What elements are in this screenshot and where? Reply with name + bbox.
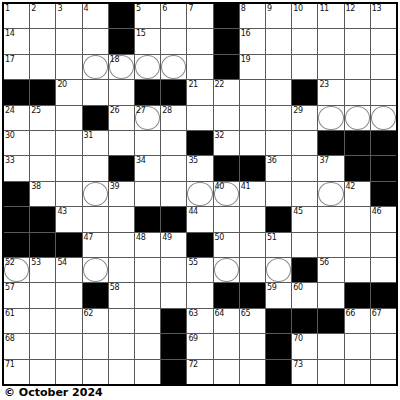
cell-r8c10[interactable]: 41 <box>240 182 265 206</box>
black-cell-r10c2 <box>30 233 55 257</box>
cell-r10c6[interactable]: 48 <box>135 233 160 257</box>
cell-r3c3[interactable] <box>56 55 81 79</box>
cell-r14c2[interactable] <box>30 334 55 358</box>
cell-r6c12[interactable] <box>292 131 317 155</box>
black-cell-r4c2 <box>30 80 55 104</box>
cell-number: 22 <box>215 80 224 89</box>
cell-r11c5[interactable] <box>109 258 134 282</box>
cell-r15c4[interactable] <box>83 360 108 384</box>
cell-number: 47 <box>84 233 93 242</box>
cell-r7c3[interactable] <box>56 156 81 180</box>
cell-number: 63 <box>188 309 197 318</box>
cell-r3c1[interactable]: 17 <box>4 55 29 79</box>
cell-r1c10[interactable]: 8 <box>240 4 265 28</box>
cell-number: 28 <box>162 106 171 115</box>
cell-r13c2[interactable] <box>30 309 55 333</box>
black-cell-r4c12 <box>292 80 317 104</box>
cell-r2c3[interactable] <box>56 29 81 53</box>
black-cell-r5c4 <box>83 106 108 130</box>
cell-r8c2[interactable]: 38 <box>30 182 55 206</box>
cell-number: 48 <box>136 233 145 242</box>
cell-r7c8[interactable]: 35 <box>187 156 212 180</box>
cell-r1c14[interactable]: 12 <box>345 4 370 28</box>
cell-r1c1[interactable]: 1 <box>4 4 29 28</box>
cell-number: 29 <box>293 106 302 115</box>
black-cell-r1c5 <box>109 4 134 28</box>
cell-number: 15 <box>136 29 145 38</box>
cell-r4c9[interactable]: 22 <box>214 80 239 104</box>
cell-r2c12[interactable] <box>292 29 317 53</box>
cell-number: 8 <box>241 4 246 13</box>
black-cell-r7c5 <box>109 156 134 180</box>
cell-r2c8[interactable] <box>187 29 212 53</box>
cell-number: 73 <box>293 360 302 369</box>
circle-marker <box>318 182 343 206</box>
cell-number: 16 <box>241 29 250 38</box>
cell-r5c9[interactable] <box>214 106 239 130</box>
circle-marker <box>4 258 29 282</box>
cell-r3c7[interactable] <box>161 55 186 79</box>
cell-r11c9[interactable] <box>214 258 239 282</box>
cell-number: 64 <box>215 309 224 318</box>
cell-r7c11[interactable]: 36 <box>266 156 291 180</box>
cell-number: 31 <box>84 131 93 140</box>
cell-r9c5[interactable] <box>109 207 134 231</box>
cell-number: 24 <box>5 106 14 115</box>
cell-r1c13[interactable]: 11 <box>318 4 343 28</box>
cell-r9c15[interactable]: 46 <box>371 207 396 231</box>
black-cell-r15c7 <box>161 360 186 384</box>
cell-number: 9 <box>267 4 272 13</box>
cell-number: 27 <box>136 106 145 115</box>
cell-r2c15[interactable] <box>371 29 396 53</box>
cell-r15c12[interactable]: 73 <box>292 360 317 384</box>
black-cell-r6c13 <box>318 131 343 155</box>
cell-r11c2[interactable]: 53 <box>30 258 55 282</box>
cell-r13c8[interactable]: 63 <box>187 309 212 333</box>
cell-r7c13[interactable]: 37 <box>318 156 343 180</box>
cell-r15c13[interactable] <box>318 360 343 384</box>
cell-r11c8[interactable]: 55 <box>187 258 212 282</box>
cell-number: 36 <box>267 156 276 165</box>
cell-r10c11[interactable]: 51 <box>266 233 291 257</box>
cell-r8c8[interactable] <box>187 182 212 206</box>
cell-r15c9[interactable] <box>214 360 239 384</box>
cell-r9c9[interactable] <box>214 207 239 231</box>
black-cell-r4c6 <box>135 80 160 104</box>
cell-r1c7[interactable]: 6 <box>161 4 186 28</box>
cell-r10c4[interactable]: 47 <box>83 233 108 257</box>
cell-r4c4[interactable] <box>83 80 108 104</box>
cell-r6c6[interactable] <box>135 131 160 155</box>
cell-r2c13[interactable] <box>318 29 343 53</box>
cell-r15c8[interactable]: 72 <box>187 360 212 384</box>
cell-r13c4[interactable]: 62 <box>83 309 108 333</box>
cell-r7c4[interactable] <box>83 156 108 180</box>
cell-number: 3 <box>57 4 62 13</box>
cell-r9c12[interactable]: 45 <box>292 207 317 231</box>
cell-r8c3[interactable] <box>56 182 81 206</box>
cell-number: 1 <box>5 4 10 13</box>
cell-number: 2 <box>31 4 36 13</box>
cell-number: 45 <box>293 207 302 216</box>
circle-marker <box>318 106 343 130</box>
cell-r11c13[interactable]: 56 <box>318 258 343 282</box>
cell-r4c14[interactable] <box>345 80 370 104</box>
cell-r1c8[interactable]: 7 <box>187 4 212 28</box>
cell-r2c1[interactable]: 14 <box>4 29 29 53</box>
cell-r11c10[interactable] <box>240 258 265 282</box>
cell-number: 30 <box>5 131 14 140</box>
cell-r15c2[interactable] <box>30 360 55 384</box>
cell-r15c3[interactable] <box>56 360 81 384</box>
cell-r3c8[interactable] <box>187 55 212 79</box>
cell-number: 6 <box>162 4 167 13</box>
circle-marker <box>83 55 108 79</box>
cell-r4c10[interactable] <box>240 80 265 104</box>
cell-r7c2[interactable] <box>30 156 55 180</box>
cell-number: 51 <box>267 233 276 242</box>
cell-r13c9[interactable]: 64 <box>214 309 239 333</box>
cell-r14c12[interactable]: 70 <box>292 334 317 358</box>
cell-number: 18 <box>110 55 119 64</box>
cell-r1c12[interactable]: 10 <box>292 4 317 28</box>
black-cell-r10c1 <box>4 233 29 257</box>
circle-marker <box>214 258 239 282</box>
cell-r12c13[interactable] <box>318 283 343 307</box>
cell-r14c13[interactable] <box>318 334 343 358</box>
cell-r4c13[interactable]: 23 <box>318 80 343 104</box>
cell-r15c6[interactable] <box>135 360 160 384</box>
cell-number: 20 <box>57 80 66 89</box>
cell-r5c11[interactable] <box>266 106 291 130</box>
cell-r8c14[interactable]: 42 <box>345 182 370 206</box>
cell-r4c15[interactable] <box>371 80 396 104</box>
cell-r3c13[interactable] <box>318 55 343 79</box>
cell-number: 54 <box>57 258 66 267</box>
cell-r2c14[interactable] <box>345 29 370 53</box>
cell-r9c4[interactable] <box>83 207 108 231</box>
circle-marker <box>214 182 239 206</box>
cell-number: 25 <box>31 106 40 115</box>
cell-r3c5[interactable]: 18 <box>109 55 134 79</box>
cell-r15c14[interactable] <box>345 360 370 384</box>
cell-r6c3[interactable] <box>56 131 81 155</box>
cell-number: 66 <box>346 309 355 318</box>
cell-r2c7[interactable] <box>161 29 186 53</box>
cell-r9c8[interactable]: 44 <box>187 207 212 231</box>
cell-r6c1[interactable]: 30 <box>4 131 29 155</box>
circle-marker <box>161 55 186 79</box>
black-cell-r12c10 <box>240 283 265 307</box>
cell-number: 32 <box>215 131 224 140</box>
cell-r7c6[interactable]: 34 <box>135 156 160 180</box>
black-cell-r6c15 <box>371 131 396 155</box>
cell-r13c1[interactable]: 61 <box>4 309 29 333</box>
cell-r5c15[interactable] <box>371 106 396 130</box>
cell-r2c6[interactable]: 15 <box>135 29 160 53</box>
cell-number: 59 <box>267 283 276 292</box>
black-cell-r11c12 <box>292 258 317 282</box>
cell-r11c1[interactable]: 52 <box>4 258 29 282</box>
cell-r13c15[interactable]: 67 <box>371 309 396 333</box>
cell-r12c7[interactable] <box>161 283 186 307</box>
cell-number: 46 <box>372 207 381 216</box>
black-cell-r1c9 <box>214 4 239 28</box>
cell-r10c5[interactable] <box>109 233 134 257</box>
cell-r3c11[interactable] <box>266 55 291 79</box>
black-cell-r12c4 <box>83 283 108 307</box>
circle-marker <box>109 55 134 79</box>
crossword-page: 1234567891011121314151617181920212223242… <box>0 0 400 400</box>
cell-r11c4[interactable] <box>83 258 108 282</box>
cell-number: 71 <box>5 360 14 369</box>
cell-r15c10[interactable] <box>240 360 265 384</box>
crossword-grid: 1234567891011121314151617181920212223242… <box>2 2 398 386</box>
cell-r11c7[interactable] <box>161 258 186 282</box>
cell-r8c11[interactable] <box>266 182 291 206</box>
cell-number: 62 <box>84 309 93 318</box>
black-cell-r3c9 <box>214 55 239 79</box>
cell-r3c2[interactable] <box>30 55 55 79</box>
cell-r14c1[interactable]: 68 <box>4 334 29 358</box>
cell-r1c15[interactable]: 13 <box>371 4 396 28</box>
cell-r4c11[interactable] <box>266 80 291 104</box>
cell-number: 5 <box>136 4 141 13</box>
cell-r2c2[interactable] <box>30 29 55 53</box>
cell-r10c7[interactable]: 49 <box>161 233 186 257</box>
black-cell-r4c7 <box>161 80 186 104</box>
cell-r3c10[interactable]: 19 <box>240 55 265 79</box>
cell-r11c15[interactable] <box>371 258 396 282</box>
cell-r6c5[interactable] <box>109 131 134 155</box>
cell-r8c7[interactable] <box>161 182 186 206</box>
black-cell-r10c8 <box>187 233 212 257</box>
cell-r11c6[interactable] <box>135 258 160 282</box>
cell-r5c2[interactable]: 25 <box>30 106 55 130</box>
cell-r4c8[interactable]: 21 <box>187 80 212 104</box>
cell-number: 37 <box>319 156 328 165</box>
cell-r3c12[interactable] <box>292 55 317 79</box>
black-cell-r13c11 <box>266 309 291 333</box>
cell-number: 43 <box>57 207 66 216</box>
cell-number: 13 <box>372 4 381 13</box>
cell-r1c2[interactable]: 2 <box>30 4 55 28</box>
cell-number: 7 <box>188 4 193 13</box>
cell-r7c1[interactable]: 33 <box>4 156 29 180</box>
cell-r12c2[interactable] <box>30 283 55 307</box>
black-cell-r15c11 <box>266 360 291 384</box>
black-cell-r12c15 <box>371 283 396 307</box>
circle-marker <box>371 106 396 130</box>
cell-r15c5[interactable] <box>109 360 134 384</box>
cell-r12c6[interactable] <box>135 283 160 307</box>
black-cell-r13c7 <box>161 309 186 333</box>
cell-r2c11[interactable] <box>266 29 291 53</box>
cell-number: 38 <box>31 182 40 191</box>
black-cell-r4c1 <box>4 80 29 104</box>
black-cell-r6c14 <box>345 131 370 155</box>
cell-r8c5[interactable]: 39 <box>109 182 134 206</box>
cell-r2c4[interactable] <box>83 29 108 53</box>
cell-r9c13[interactable] <box>318 207 343 231</box>
cell-r10c15[interactable] <box>371 233 396 257</box>
cell-number: 53 <box>31 258 40 267</box>
cell-r5c14[interactable] <box>345 106 370 130</box>
cell-r14c4[interactable] <box>83 334 108 358</box>
cell-r5c12[interactable]: 29 <box>292 106 317 130</box>
cell-r8c4[interactable] <box>83 182 108 206</box>
cell-r8c9[interactable]: 40 <box>214 182 239 206</box>
cell-r10c12[interactable] <box>292 233 317 257</box>
cell-r5c5[interactable]: 26 <box>109 106 134 130</box>
cell-number: 33 <box>5 156 14 165</box>
cell-r13c10[interactable]: 65 <box>240 309 265 333</box>
cell-r6c9[interactable]: 32 <box>214 131 239 155</box>
cell-r14c5[interactable] <box>109 334 134 358</box>
cell-number: 23 <box>319 80 328 89</box>
black-cell-r8c1 <box>4 182 29 206</box>
cell-r9c14[interactable] <box>345 207 370 231</box>
cell-r12c5[interactable]: 58 <box>109 283 134 307</box>
cell-r14c9[interactable] <box>214 334 239 358</box>
cell-number: 34 <box>136 156 145 165</box>
black-cell-r14c11 <box>266 334 291 358</box>
black-cell-r7c14 <box>345 156 370 180</box>
cell-r11c11[interactable] <box>266 258 291 282</box>
black-cell-r9c6 <box>135 207 160 231</box>
cell-r3c14[interactable] <box>345 55 370 79</box>
cell-r12c1[interactable]: 57 <box>4 283 29 307</box>
cell-r1c4[interactable]: 4 <box>83 4 108 28</box>
cell-r12c8[interactable] <box>187 283 212 307</box>
cell-r13c3[interactable] <box>56 309 81 333</box>
cell-r5c1[interactable]: 24 <box>4 106 29 130</box>
cell-r9c10[interactable] <box>240 207 265 231</box>
cell-r5c6[interactable]: 27 <box>135 106 160 130</box>
cell-number: 42 <box>346 182 355 191</box>
cell-r8c13[interactable] <box>318 182 343 206</box>
cell-r15c15[interactable] <box>371 360 396 384</box>
cell-r15c1[interactable]: 71 <box>4 360 29 384</box>
cell-r13c5[interactable] <box>109 309 134 333</box>
black-cell-r10c3 <box>56 233 81 257</box>
cell-r10c10[interactable] <box>240 233 265 257</box>
cell-r7c7[interactable] <box>161 156 186 180</box>
cell-r12c12[interactable]: 60 <box>292 283 317 307</box>
cell-number: 11 <box>319 4 328 13</box>
cell-r14c8[interactable]: 69 <box>187 334 212 358</box>
circle-marker <box>187 182 212 206</box>
cell-r14c15[interactable] <box>371 334 396 358</box>
circle-marker <box>135 106 160 130</box>
cell-r13c14[interactable]: 66 <box>345 309 370 333</box>
cell-r6c10[interactable] <box>240 131 265 155</box>
cell-number: 26 <box>110 106 119 115</box>
cell-r5c8[interactable] <box>187 106 212 130</box>
cell-number: 39 <box>110 182 119 191</box>
cell-r6c2[interactable] <box>30 131 55 155</box>
cell-r10c9[interactable]: 50 <box>214 233 239 257</box>
cell-r1c11[interactable]: 9 <box>266 4 291 28</box>
cell-number: 10 <box>293 4 302 13</box>
cell-r8c6[interactable] <box>135 182 160 206</box>
cell-r14c6[interactable] <box>135 334 160 358</box>
cell-r14c10[interactable] <box>240 334 265 358</box>
cell-number: 72 <box>188 360 197 369</box>
cell-number: 19 <box>241 55 250 64</box>
cell-r2c10[interactable]: 16 <box>240 29 265 53</box>
circle-marker <box>83 182 108 206</box>
cell-number: 44 <box>188 207 197 216</box>
cell-r3c4[interactable] <box>83 55 108 79</box>
cell-r5c10[interactable] <box>240 106 265 130</box>
black-cell-r9c11 <box>266 207 291 231</box>
cell-r5c13[interactable] <box>318 106 343 130</box>
cell-number: 12 <box>346 4 355 13</box>
copyright-text: © October 2024 <box>4 386 103 399</box>
cell-r4c3[interactable]: 20 <box>56 80 81 104</box>
cell-r10c14[interactable] <box>345 233 370 257</box>
cell-r1c3[interactable]: 3 <box>56 4 81 28</box>
cell-r14c14[interactable] <box>345 334 370 358</box>
cell-r1c6[interactable]: 5 <box>135 4 160 28</box>
cell-r12c3[interactable] <box>56 283 81 307</box>
cell-number: 4 <box>84 4 89 13</box>
circle-marker <box>266 258 291 282</box>
cell-r6c4[interactable]: 31 <box>83 131 108 155</box>
cell-number: 55 <box>188 258 197 267</box>
cell-r9c3[interactable]: 43 <box>56 207 81 231</box>
cell-number: 41 <box>241 182 250 191</box>
circle-marker <box>83 258 108 282</box>
black-cell-r13c12 <box>292 309 317 333</box>
cell-number: 67 <box>372 309 381 318</box>
black-cell-r14c7 <box>161 334 186 358</box>
cell-r6c11[interactable] <box>266 131 291 155</box>
cell-number: 68 <box>5 334 14 343</box>
cell-r12c11[interactable]: 59 <box>266 283 291 307</box>
cell-r3c15[interactable] <box>371 55 396 79</box>
cell-r8c12[interactable] <box>292 182 317 206</box>
cell-r14c3[interactable] <box>56 334 81 358</box>
cell-r5c3[interactable] <box>56 106 81 130</box>
black-cell-r2c9 <box>214 29 239 53</box>
cell-r5c7[interactable]: 28 <box>161 106 186 130</box>
cell-number: 50 <box>215 233 224 242</box>
cell-r10c13[interactable] <box>318 233 343 257</box>
black-cell-r13c13 <box>318 309 343 333</box>
black-cell-r7c9 <box>214 156 239 180</box>
cell-number: 21 <box>188 80 197 89</box>
cell-number: 58 <box>110 283 119 292</box>
cell-r3c6[interactable] <box>135 55 160 79</box>
cell-number: 61 <box>5 309 14 318</box>
circle-marker <box>345 106 370 130</box>
cell-number: 57 <box>5 283 14 292</box>
cell-r4c5[interactable] <box>109 80 134 104</box>
cell-r11c3[interactable]: 54 <box>56 258 81 282</box>
cell-number: 65 <box>241 309 250 318</box>
cell-number: 52 <box>5 258 14 267</box>
cell-number: 60 <box>293 283 302 292</box>
cell-number: 17 <box>5 55 14 64</box>
cell-r6c7[interactable] <box>161 131 186 155</box>
cell-r7c12[interactable] <box>292 156 317 180</box>
cell-r13c6[interactable] <box>135 309 160 333</box>
cell-number: 56 <box>319 258 328 267</box>
cell-r11c14[interactable] <box>345 258 370 282</box>
